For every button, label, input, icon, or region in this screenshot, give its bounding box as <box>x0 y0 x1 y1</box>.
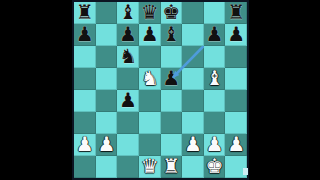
square-a1[interactable] <box>74 156 96 178</box>
square-b3[interactable] <box>96 112 118 134</box>
square-a5[interactable] <box>74 68 96 90</box>
square-e6[interactable] <box>161 46 183 68</box>
square-h8[interactable]: ♜ <box>225 2 247 24</box>
piece-black-rook[interactable]: ♜ <box>76 2 94 22</box>
piece-black-bishop[interactable]: ♝ <box>119 2 137 22</box>
chess-app-stage: ♜♝♛♚♜♟♟♟♝♟♟♞♞♟♝♟♟♟♟♟♟♛♜♚ <box>0 0 320 180</box>
chess-board: ♜♝♛♚♜♟♟♟♝♟♟♞♞♟♝♟♟♟♟♟♟♛♜♚ <box>72 0 249 180</box>
piece-black-pawn[interactable]: ♟ <box>162 68 180 88</box>
square-g4[interactable] <box>204 90 226 112</box>
piece-white-rook[interactable]: ♜ <box>162 156 180 176</box>
square-c2[interactable] <box>117 134 139 156</box>
square-g1[interactable]: ♚ <box>204 156 226 178</box>
piece-black-pawn[interactable]: ♟ <box>76 24 94 44</box>
square-d2[interactable] <box>139 134 161 156</box>
square-g8[interactable] <box>204 2 226 24</box>
corner-marker <box>243 168 248 175</box>
square-g6[interactable] <box>204 46 226 68</box>
square-g7[interactable]: ♟ <box>204 24 226 46</box>
piece-white-bishop[interactable]: ♝ <box>206 68 224 88</box>
square-a8[interactable]: ♜ <box>74 2 96 24</box>
piece-black-rook[interactable]: ♜ <box>227 2 245 22</box>
square-e1[interactable]: ♜ <box>161 156 183 178</box>
piece-black-bishop[interactable]: ♝ <box>162 24 180 44</box>
square-b1[interactable] <box>96 156 118 178</box>
square-h5[interactable] <box>225 68 247 90</box>
piece-white-queen[interactable]: ♛ <box>141 156 159 176</box>
square-f6[interactable] <box>182 46 204 68</box>
square-c8[interactable]: ♝ <box>117 2 139 24</box>
square-f7[interactable] <box>182 24 204 46</box>
square-e8[interactable]: ♚ <box>161 2 183 24</box>
square-f3[interactable] <box>182 112 204 134</box>
square-c7[interactable]: ♟ <box>117 24 139 46</box>
square-f1[interactable] <box>182 156 204 178</box>
square-a2[interactable]: ♟ <box>74 134 96 156</box>
piece-white-knight[interactable]: ♞ <box>141 68 159 88</box>
piece-black-pawn[interactable]: ♟ <box>206 24 224 44</box>
square-d3[interactable] <box>139 112 161 134</box>
square-f2[interactable]: ♟ <box>182 134 204 156</box>
piece-black-pawn[interactable]: ♟ <box>119 90 137 110</box>
square-d1[interactable]: ♛ <box>139 156 161 178</box>
square-c5[interactable] <box>117 68 139 90</box>
square-h4[interactable] <box>225 90 247 112</box>
square-d7[interactable]: ♟ <box>139 24 161 46</box>
square-e7[interactable]: ♝ <box>161 24 183 46</box>
piece-black-knight[interactable]: ♞ <box>119 46 137 66</box>
square-b7[interactable] <box>96 24 118 46</box>
piece-black-pawn[interactable]: ♟ <box>119 24 137 44</box>
square-d5[interactable]: ♞ <box>139 68 161 90</box>
square-h2[interactable]: ♟ <box>225 134 247 156</box>
piece-black-queen[interactable]: ♛ <box>141 2 159 22</box>
square-c1[interactable] <box>117 156 139 178</box>
square-d8[interactable]: ♛ <box>139 2 161 24</box>
square-g5[interactable]: ♝ <box>204 68 226 90</box>
square-e3[interactable] <box>161 112 183 134</box>
piece-white-king[interactable]: ♚ <box>206 156 224 176</box>
square-b5[interactable] <box>96 68 118 90</box>
piece-white-pawn[interactable]: ♟ <box>227 134 245 154</box>
square-h7[interactable]: ♟ <box>225 24 247 46</box>
piece-black-pawn[interactable]: ♟ <box>141 24 159 44</box>
square-a3[interactable] <box>74 112 96 134</box>
square-a4[interactable] <box>74 90 96 112</box>
square-f8[interactable] <box>182 2 204 24</box>
square-h3[interactable] <box>225 112 247 134</box>
piece-white-pawn[interactable]: ♟ <box>184 134 202 154</box>
piece-black-pawn[interactable]: ♟ <box>227 24 245 44</box>
square-a6[interactable] <box>74 46 96 68</box>
square-c6[interactable]: ♞ <box>117 46 139 68</box>
square-b6[interactable] <box>96 46 118 68</box>
square-c4[interactable]: ♟ <box>117 90 139 112</box>
square-d4[interactable] <box>139 90 161 112</box>
square-d6[interactable] <box>139 46 161 68</box>
square-g2[interactable]: ♟ <box>204 134 226 156</box>
piece-white-pawn[interactable]: ♟ <box>97 134 115 154</box>
piece-white-pawn[interactable]: ♟ <box>206 134 224 154</box>
square-c3[interactable] <box>117 112 139 134</box>
piece-white-pawn[interactable]: ♟ <box>76 134 94 154</box>
square-b2[interactable]: ♟ <box>96 134 118 156</box>
piece-black-king[interactable]: ♚ <box>162 2 180 22</box>
square-f5[interactable] <box>182 68 204 90</box>
square-h6[interactable] <box>225 46 247 68</box>
square-g3[interactable] <box>204 112 226 134</box>
square-a7[interactable]: ♟ <box>74 24 96 46</box>
square-b8[interactable] <box>96 2 118 24</box>
square-e5[interactable]: ♟ <box>161 68 183 90</box>
square-b4[interactable] <box>96 90 118 112</box>
square-f4[interactable] <box>182 90 204 112</box>
square-e4[interactable] <box>161 90 183 112</box>
square-e2[interactable] <box>161 134 183 156</box>
